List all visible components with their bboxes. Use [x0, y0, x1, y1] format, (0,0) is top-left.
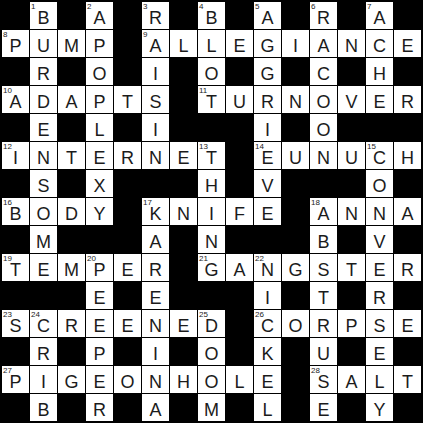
cell-r11c2[interactable]: R: [58, 310, 85, 337]
cell-r7c13[interactable]: N: [366, 198, 393, 225]
cell-r0c3[interactable]: 2A: [86, 2, 113, 29]
cell-r11c1[interactable]: 24C: [30, 310, 57, 337]
black-cell-r6c6: [170, 170, 197, 197]
cell-r1c0[interactable]: 8P: [2, 30, 29, 57]
cell-r4c9[interactable]: I: [254, 114, 281, 141]
cell-r1c2[interactable]: M: [58, 30, 85, 57]
black-cell-r12c0: [2, 338, 29, 365]
black-cell-r8c9: [254, 226, 281, 253]
cell-r13c3[interactable]: E: [86, 366, 113, 393]
cell-letter: G: [260, 65, 274, 83]
cell-letter: R: [317, 317, 330, 335]
clue-number: 5: [255, 2, 259, 11]
black-cell-r8c3: [86, 226, 113, 253]
black-cell-r6c11: [310, 170, 337, 197]
cell-letter: L: [234, 373, 244, 391]
cell-letter: O: [120, 373, 134, 391]
cell-r9c13[interactable]: E: [366, 254, 393, 281]
cell-letter: N: [37, 149, 50, 167]
black-cell-r12c14: [394, 338, 421, 365]
cell-letter: E: [261, 373, 273, 391]
cell-letter: D: [205, 317, 218, 335]
cell-r3c2[interactable]: A: [58, 86, 85, 113]
cell-r12c5[interactable]: I: [142, 338, 169, 365]
cell-r9c3[interactable]: 20P: [86, 254, 113, 281]
black-cell-r12c4: [114, 338, 141, 365]
cell-letter: V: [345, 93, 357, 111]
cell-letter: L: [94, 121, 104, 139]
cell-letter: T: [402, 373, 413, 391]
clue-number: 15: [367, 142, 376, 151]
black-cell-r0c10: [282, 2, 309, 29]
cell-r13c4[interactable]: O: [114, 366, 141, 393]
black-cell-r0c8: [226, 2, 253, 29]
black-cell-r9c6: [170, 254, 197, 281]
cell-r7c8[interactable]: F: [226, 198, 253, 225]
cell-r8c11[interactable]: B: [310, 226, 337, 253]
cell-r11c3[interactable]: E: [86, 310, 113, 337]
black-cell-r6c8: [226, 170, 253, 197]
cell-r2c7[interactable]: O: [198, 58, 225, 85]
cell-r9c14[interactable]: R: [394, 254, 421, 281]
cell-r3c12[interactable]: V: [338, 86, 365, 113]
cell-r7c2[interactable]: D: [58, 198, 85, 225]
black-cell-r8c4: [114, 226, 141, 253]
cell-r9c2[interactable]: M: [58, 254, 85, 281]
clue-number: 11: [199, 86, 207, 95]
black-cell-r10c14: [394, 282, 421, 309]
cell-r5c3[interactable]: E: [86, 142, 113, 169]
cell-r12c11[interactable]: U: [310, 338, 337, 365]
cell-letter: U: [289, 149, 302, 167]
cell-letter: L: [206, 37, 216, 55]
cell-r2c11[interactable]: C: [310, 58, 337, 85]
black-cell-r14c14: [394, 394, 421, 421]
cell-r1c12[interactable]: N: [338, 30, 365, 57]
cell-letter: E: [93, 289, 105, 307]
cell-r3c11[interactable]: O: [310, 86, 337, 113]
clue-number: 3: [143, 2, 147, 11]
cell-r3c7[interactable]: 11T: [198, 86, 225, 113]
clue-number: 10: [3, 86, 12, 95]
cell-r5c10[interactable]: U: [282, 142, 309, 169]
cell-letter: C: [317, 65, 330, 83]
cell-letter: O: [36, 205, 50, 223]
cell-r13c7[interactable]: O: [198, 366, 225, 393]
cell-r5c2[interactable]: T: [58, 142, 85, 169]
cell-r1c14[interactable]: E: [394, 30, 421, 57]
black-cell-r7c4: [114, 198, 141, 225]
cell-r14c9[interactable]: L: [254, 394, 281, 421]
cell-r2c5[interactable]: I: [142, 58, 169, 85]
cell-r9c0[interactable]: 19T: [2, 254, 29, 281]
cell-r6c13[interactable]: O: [366, 170, 393, 197]
cell-letter: A: [345, 373, 357, 391]
cell-r11c12[interactable]: P: [338, 310, 365, 337]
cell-letter: T: [346, 261, 357, 279]
cell-letter: R: [401, 261, 414, 279]
cell-letter: O: [288, 317, 302, 335]
cell-letter: E: [373, 93, 385, 111]
black-cell-r13c10: [282, 366, 309, 393]
cell-letter: E: [121, 261, 133, 279]
cell-r3c4[interactable]: T: [114, 86, 141, 113]
cell-letter: A: [401, 205, 413, 223]
cell-letter: D: [37, 93, 50, 111]
cell-r11c10[interactable]: O: [282, 310, 309, 337]
cell-r3c14[interactable]: R: [394, 86, 421, 113]
cell-r7c11[interactable]: 18A: [310, 198, 337, 225]
cell-r8c5[interactable]: A: [142, 226, 169, 253]
cell-letter: E: [37, 261, 49, 279]
cell-r11c13[interactable]: S: [366, 310, 393, 337]
black-cell-r2c12: [338, 58, 365, 85]
cell-r14c3[interactable]: R: [86, 394, 113, 421]
cell-r12c13[interactable]: E: [366, 338, 393, 365]
cell-r1c1[interactable]: U: [30, 30, 57, 57]
cell-r6c3[interactable]: X: [86, 170, 113, 197]
cell-r14c1[interactable]: B: [30, 394, 57, 421]
black-cell-r2c6: [170, 58, 197, 85]
cell-r5c14[interactable]: H: [394, 142, 421, 169]
cell-letter: T: [10, 261, 21, 279]
cell-letter: P: [93, 261, 105, 279]
cell-letter: T: [318, 289, 329, 307]
cell-r13c12[interactable]: A: [338, 366, 365, 393]
cell-r3c10[interactable]: N: [282, 86, 309, 113]
black-cell-r10c0: [2, 282, 29, 309]
cell-r10c11[interactable]: T: [310, 282, 337, 309]
cell-r6c7[interactable]: H: [198, 170, 225, 197]
cell-r6c9[interactable]: V: [254, 170, 281, 197]
cell-letter: R: [65, 317, 78, 335]
cell-letter: O: [204, 65, 218, 83]
cell-letter: D: [65, 205, 78, 223]
black-cell-r10c4: [114, 282, 141, 309]
cell-r1c11[interactable]: A: [310, 30, 337, 57]
black-cell-r4c4: [114, 114, 141, 141]
cell-letter: B: [9, 205, 21, 223]
black-cell-r6c12: [338, 170, 365, 197]
cell-letter: A: [317, 37, 329, 55]
cell-letter: I: [13, 149, 18, 167]
cell-letter: E: [317, 401, 329, 419]
cell-r7c9[interactable]: E: [254, 198, 281, 225]
cell-r13c0[interactable]: 27P: [2, 366, 29, 393]
cell-r13c1[interactable]: I: [30, 366, 57, 393]
cell-letter: B: [205, 9, 217, 27]
cell-r14c7[interactable]: M: [198, 394, 225, 421]
cell-letter: P: [345, 317, 357, 335]
cell-letter: R: [37, 65, 50, 83]
cell-r5c12[interactable]: U: [338, 142, 365, 169]
cell-r11c9[interactable]: 26C: [254, 310, 281, 337]
cell-letter: U: [345, 149, 358, 167]
cell-r11c4[interactable]: E: [114, 310, 141, 337]
cell-r2c13[interactable]: H: [366, 58, 393, 85]
cell-r5c13[interactable]: 15C: [366, 142, 393, 169]
black-cell-r12c6: [170, 338, 197, 365]
cell-r12c1[interactable]: R: [30, 338, 57, 365]
black-cell-r2c10: [282, 58, 309, 85]
cell-r10c5[interactable]: E: [142, 282, 169, 309]
cell-letter: R: [373, 289, 386, 307]
cell-r0c7[interactable]: 4B: [198, 2, 225, 29]
black-cell-r2c14: [394, 58, 421, 85]
cell-r5c4[interactable]: R: [114, 142, 141, 169]
cell-r9c10[interactable]: G: [282, 254, 309, 281]
cell-letter: E: [233, 37, 245, 55]
cell-r12c3[interactable]: P: [86, 338, 113, 365]
cell-r13c14[interactable]: T: [394, 366, 421, 393]
cell-r13c13[interactable]: L: [366, 366, 393, 393]
cell-letter: H: [373, 65, 386, 83]
cell-r12c7[interactable]: O: [198, 338, 225, 365]
cell-r14c11[interactable]: E: [310, 394, 337, 421]
cell-r1c8[interactable]: E: [226, 30, 253, 57]
cell-r13c9[interactable]: E: [254, 366, 281, 393]
cell-letter: S: [373, 317, 385, 335]
cell-r3c5[interactable]: S: [142, 86, 169, 113]
clue-number: 9: [143, 30, 147, 39]
cell-r8c7[interactable]: N: [198, 226, 225, 253]
cell-letter: A: [261, 9, 273, 27]
clue-number: 4: [199, 2, 203, 11]
cell-r11c6[interactable]: E: [170, 310, 197, 337]
cell-letter: X: [93, 177, 105, 195]
cell-letter: K: [149, 205, 161, 223]
cell-r1c5[interactable]: 9A: [142, 30, 169, 57]
cell-letter: N: [149, 317, 162, 335]
cell-r5c1[interactable]: N: [30, 142, 57, 169]
cell-r0c1[interactable]: 1B: [30, 2, 57, 29]
cell-r5c5[interactable]: N: [142, 142, 169, 169]
black-cell-r12c2: [58, 338, 85, 365]
cell-letter: C: [373, 37, 386, 55]
cell-letter: N: [289, 93, 302, 111]
cell-r9c1[interactable]: E: [30, 254, 57, 281]
cell-letter: N: [373, 205, 386, 223]
cell-r7c12[interactable]: N: [338, 198, 365, 225]
cell-letter: M: [204, 401, 219, 419]
cell-r5c9[interactable]: 14E: [254, 142, 281, 169]
cell-r7c7[interactable]: I: [198, 198, 225, 225]
cell-r0c13[interactable]: 7A: [366, 2, 393, 29]
cell-letter: P: [93, 37, 105, 55]
cell-letter: R: [93, 401, 106, 419]
cell-r12c9[interactable]: K: [254, 338, 281, 365]
cell-letter: C: [37, 317, 50, 335]
clue-number: 25: [199, 310, 208, 319]
cell-r3c3[interactable]: P: [86, 86, 113, 113]
cell-r0c9[interactable]: 5A: [254, 2, 281, 29]
cell-r14c5[interactable]: A: [142, 394, 169, 421]
black-cell-r6c0: [2, 170, 29, 197]
black-cell-r8c0: [2, 226, 29, 253]
cell-r3c9[interactable]: R: [254, 86, 281, 113]
cell-letter: S: [317, 373, 329, 391]
cell-r13c11[interactable]: 28S: [310, 366, 337, 393]
cell-letter: O: [316, 93, 330, 111]
cell-letter: U: [233, 93, 246, 111]
cell-r1c9[interactable]: G: [254, 30, 281, 57]
cell-r3c13[interactable]: E: [366, 86, 393, 113]
cell-r7c3[interactable]: Y: [86, 198, 113, 225]
cell-r7c0[interactable]: 16B: [2, 198, 29, 225]
cell-letter: B: [37, 9, 49, 27]
cell-r5c6[interactable]: E: [170, 142, 197, 169]
clue-number: 2: [87, 2, 91, 11]
cell-r11c14[interactable]: E: [394, 310, 421, 337]
cell-r1c3[interactable]: P: [86, 30, 113, 57]
clue-number: 13: [199, 142, 208, 151]
cell-letter: R: [261, 93, 274, 111]
black-cell-r14c6: [170, 394, 197, 421]
cell-letter: P: [93, 93, 105, 111]
cell-r2c3[interactable]: O: [86, 58, 113, 85]
cell-letter: I: [153, 345, 158, 363]
cell-r4c1[interactable]: E: [30, 114, 57, 141]
cell-letter: Y: [373, 401, 385, 419]
cell-letter: C: [373, 149, 386, 167]
cell-r1c7[interactable]: L: [198, 30, 225, 57]
cell-r1c6[interactable]: L: [170, 30, 197, 57]
cell-r4c3[interactable]: L: [86, 114, 113, 141]
cell-r8c1[interactable]: M: [30, 226, 57, 253]
cell-r4c11[interactable]: O: [310, 114, 337, 141]
clue-number: 19: [3, 254, 12, 263]
cell-r7c5[interactable]: 17K: [142, 198, 169, 225]
cell-r13c6[interactable]: H: [170, 366, 197, 393]
cell-r0c11[interactable]: 6R: [310, 2, 337, 29]
cell-letter: A: [9, 93, 21, 111]
black-cell-r12c8: [226, 338, 253, 365]
cell-r11c7[interactable]: 25D: [198, 310, 225, 337]
cell-r7c14[interactable]: A: [394, 198, 421, 225]
black-cell-r6c14: [394, 170, 421, 197]
cell-r9c12[interactable]: T: [338, 254, 365, 281]
black-cell-r10c8: [226, 282, 253, 309]
cell-r10c13[interactable]: R: [366, 282, 393, 309]
cell-r13c2[interactable]: G: [58, 366, 85, 393]
cell-letter: L: [262, 401, 272, 419]
black-cell-r8c8: [226, 226, 253, 253]
clue-number: 8: [3, 30, 7, 39]
crossword-grid: 1B2A3R4B5A6R7A8PUMP9ALLEGIANCEROIOGCH10A…: [0, 0, 423, 423]
black-cell-r14c10: [282, 394, 309, 421]
cell-r10c3[interactable]: E: [86, 282, 113, 309]
cell-r13c8[interactable]: L: [226, 366, 253, 393]
black-cell-r1c4: [114, 30, 141, 57]
cell-r11c11[interactable]: R: [310, 310, 337, 337]
cell-r9c7[interactable]: 21G: [198, 254, 225, 281]
clue-number: 17: [143, 198, 152, 207]
clue-number: 23: [3, 310, 12, 319]
black-cell-r14c0: [2, 394, 29, 421]
cell-r0c5[interactable]: 3R: [142, 2, 169, 29]
cell-letter: M: [64, 37, 79, 55]
cell-letter: N: [317, 149, 330, 167]
black-cell-r14c8: [226, 394, 253, 421]
cell-letter: N: [149, 149, 162, 167]
cell-r8c13[interactable]: V: [366, 226, 393, 253]
cell-letter: A: [233, 261, 245, 279]
cell-r1c13[interactable]: C: [366, 30, 393, 57]
black-cell-r8c6: [170, 226, 197, 253]
black-cell-r6c5: [142, 170, 169, 197]
cell-letter: V: [261, 177, 273, 195]
cell-letter: N: [205, 233, 218, 251]
cell-letter: F: [234, 205, 245, 223]
cell-letter: N: [177, 205, 190, 223]
cell-letter: R: [317, 9, 330, 27]
cell-r6c1[interactable]: S: [30, 170, 57, 197]
cell-r13c5[interactable]: N: [142, 366, 169, 393]
cell-r1c10[interactable]: I: [282, 30, 309, 57]
cell-r7c1[interactable]: O: [30, 198, 57, 225]
cell-r5c11[interactable]: N: [310, 142, 337, 169]
cell-letter: G: [204, 261, 218, 279]
clue-number: 24: [31, 310, 40, 319]
cell-r3c8[interactable]: U: [226, 86, 253, 113]
black-cell-r6c4: [114, 170, 141, 197]
black-cell-r4c10: [282, 114, 309, 141]
cell-r9c9[interactable]: 22N: [254, 254, 281, 281]
black-cell-r4c8: [226, 114, 253, 141]
cell-r4c5[interactable]: I: [142, 114, 169, 141]
black-cell-r10c6: [170, 282, 197, 309]
cell-letter: P: [93, 345, 105, 363]
cell-r2c1[interactable]: R: [30, 58, 57, 85]
black-cell-r10c1: [30, 282, 57, 309]
clue-number: 22: [255, 254, 264, 263]
cell-r2c9[interactable]: G: [254, 58, 281, 85]
cell-r9c4[interactable]: E: [114, 254, 141, 281]
cell-r5c7[interactable]: 13T: [198, 142, 225, 169]
black-cell-r0c0: [2, 2, 29, 29]
cell-r11c0[interactable]: 23S: [2, 310, 29, 337]
cell-letter: I: [209, 205, 214, 223]
cell-letter: A: [149, 233, 161, 251]
cell-r10c9[interactable]: I: [254, 282, 281, 309]
clue-number: 14: [255, 142, 264, 151]
black-cell-r8c14: [394, 226, 421, 253]
black-cell-r2c2: [58, 58, 85, 85]
cell-r3c1[interactable]: D: [30, 86, 57, 113]
cell-r9c11[interactable]: S: [310, 254, 337, 281]
cell-r14c13[interactable]: Y: [366, 394, 393, 421]
cell-letter: G: [64, 373, 78, 391]
black-cell-r4c0: [2, 114, 29, 141]
black-cell-r4c14: [394, 114, 421, 141]
clue-number: 1: [31, 2, 35, 11]
cell-r11c5[interactable]: N: [142, 310, 169, 337]
cell-r7c6[interactable]: N: [170, 198, 197, 225]
cell-letter: C: [261, 317, 274, 335]
cell-letter: H: [205, 177, 218, 195]
black-cell-r4c12: [338, 114, 365, 141]
cell-r5c0[interactable]: 12I: [2, 142, 29, 169]
black-cell-r11c8: [226, 310, 253, 337]
cell-letter: M: [36, 233, 51, 251]
clue-number: 18: [311, 198, 320, 207]
cell-r9c8[interactable]: A: [226, 254, 253, 281]
cell-r3c0[interactable]: 10A: [2, 86, 29, 113]
cell-r9c5[interactable]: R: [142, 254, 169, 281]
cell-letter: E: [373, 261, 385, 279]
clue-number: 21: [199, 254, 208, 263]
cell-letter: I: [293, 37, 298, 55]
